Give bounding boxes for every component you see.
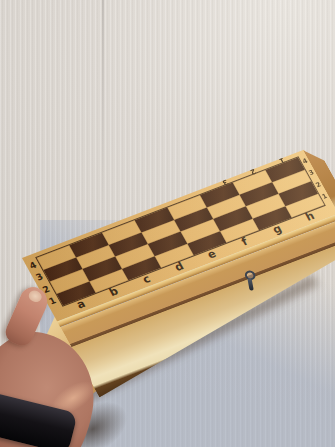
file-label-c: c: [140, 272, 152, 286]
thumb-nail: [27, 288, 43, 303]
latch-hook-icon: [247, 278, 253, 291]
latch-clasp-icon: [239, 269, 263, 293]
photo-scene: 321 4321 4321 abcdefgh: [0, 0, 335, 447]
file-label-f: f: [239, 235, 250, 248]
wallpaper-seam: [102, 0, 104, 250]
